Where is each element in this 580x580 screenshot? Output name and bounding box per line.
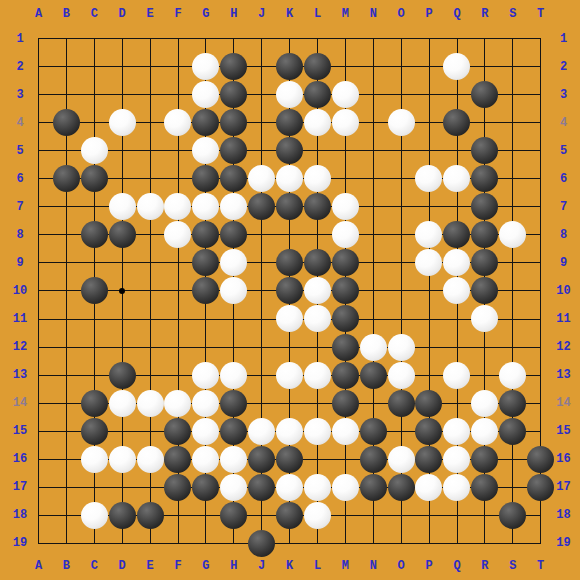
intersection[interactable] — [331, 417, 359, 445]
intersection[interactable] — [471, 81, 499, 109]
intersection[interactable] — [331, 53, 359, 81]
intersection[interactable] — [25, 81, 53, 109]
intersection[interactable] — [192, 305, 220, 333]
intersection[interactable] — [303, 249, 331, 277]
intersection[interactable] — [387, 24, 415, 52]
intersection[interactable] — [220, 53, 248, 81]
intersection[interactable] — [443, 221, 471, 249]
intersection[interactable] — [415, 529, 443, 557]
intersection[interactable] — [443, 53, 471, 81]
intersection[interactable] — [527, 221, 555, 249]
intersection[interactable] — [303, 109, 331, 137]
intersection[interactable] — [527, 473, 555, 501]
intersection[interactable] — [136, 529, 164, 557]
intersection[interactable] — [220, 529, 248, 557]
intersection[interactable] — [387, 417, 415, 445]
intersection[interactable] — [276, 24, 304, 52]
intersection[interactable] — [80, 501, 108, 529]
intersection[interactable] — [471, 165, 499, 193]
intersection[interactable] — [387, 389, 415, 417]
intersection[interactable] — [25, 417, 53, 445]
intersection[interactable] — [499, 389, 527, 417]
intersection[interactable] — [248, 221, 276, 249]
intersection[interactable] — [387, 445, 415, 473]
intersection[interactable] — [359, 24, 387, 52]
intersection[interactable] — [471, 305, 499, 333]
intersection[interactable] — [276, 249, 304, 277]
intersection[interactable] — [192, 249, 220, 277]
intersection[interactable] — [164, 361, 192, 389]
intersection[interactable] — [276, 389, 304, 417]
intersection[interactable] — [220, 305, 248, 333]
intersection[interactable] — [527, 361, 555, 389]
intersection[interactable] — [443, 81, 471, 109]
intersection[interactable] — [192, 277, 220, 305]
intersection[interactable] — [52, 249, 80, 277]
intersection[interactable] — [443, 193, 471, 221]
intersection[interactable] — [108, 445, 136, 473]
intersection[interactable] — [136, 305, 164, 333]
intersection[interactable] — [164, 81, 192, 109]
intersection[interactable] — [108, 305, 136, 333]
intersection[interactable] — [471, 333, 499, 361]
intersection[interactable] — [136, 53, 164, 81]
intersection[interactable] — [248, 193, 276, 221]
intersection[interactable] — [443, 473, 471, 501]
intersection[interactable] — [276, 53, 304, 81]
intersection[interactable] — [80, 361, 108, 389]
intersection[interactable] — [192, 473, 220, 501]
intersection[interactable] — [25, 221, 53, 249]
intersection[interactable] — [248, 473, 276, 501]
intersection[interactable] — [25, 361, 53, 389]
intersection[interactable] — [164, 529, 192, 557]
intersection[interactable] — [359, 473, 387, 501]
intersection[interactable] — [527, 445, 555, 473]
intersection[interactable] — [192, 445, 220, 473]
intersection[interactable] — [331, 137, 359, 165]
intersection[interactable] — [25, 193, 53, 221]
intersection[interactable] — [276, 445, 304, 473]
intersection[interactable] — [415, 445, 443, 473]
intersection[interactable] — [192, 361, 220, 389]
intersection[interactable] — [276, 221, 304, 249]
intersection[interactable] — [331, 81, 359, 109]
intersection[interactable] — [415, 165, 443, 193]
intersection[interactable] — [303, 529, 331, 557]
intersection[interactable] — [415, 361, 443, 389]
intersection[interactable] — [52, 529, 80, 557]
intersection[interactable] — [331, 24, 359, 52]
intersection[interactable] — [499, 81, 527, 109]
intersection[interactable] — [387, 249, 415, 277]
intersection[interactable] — [108, 277, 136, 305]
intersection[interactable] — [220, 193, 248, 221]
intersection[interactable] — [331, 333, 359, 361]
intersection[interactable] — [52, 277, 80, 305]
intersection[interactable] — [359, 361, 387, 389]
intersection[interactable] — [415, 137, 443, 165]
intersection[interactable] — [248, 109, 276, 137]
intersection[interactable] — [80, 305, 108, 333]
intersection[interactable] — [108, 165, 136, 193]
intersection[interactable] — [387, 109, 415, 137]
intersection[interactable] — [80, 445, 108, 473]
intersection[interactable] — [499, 305, 527, 333]
intersection[interactable] — [248, 389, 276, 417]
intersection[interactable] — [108, 137, 136, 165]
intersection[interactable] — [443, 109, 471, 137]
intersection[interactable] — [248, 529, 276, 557]
intersection[interactable] — [276, 529, 304, 557]
intersection[interactable] — [359, 389, 387, 417]
intersection[interactable] — [52, 53, 80, 81]
intersection[interactable] — [108, 53, 136, 81]
intersection[interactable] — [52, 165, 80, 193]
intersection[interactable] — [303, 333, 331, 361]
intersection[interactable] — [527, 109, 555, 137]
intersection[interactable] — [443, 249, 471, 277]
intersection[interactable] — [387, 53, 415, 81]
intersection[interactable] — [471, 24, 499, 52]
intersection[interactable] — [164, 445, 192, 473]
intersection[interactable] — [471, 529, 499, 557]
intersection[interactable] — [52, 417, 80, 445]
intersection[interactable] — [387, 81, 415, 109]
intersection[interactable] — [192, 53, 220, 81]
intersection[interactable] — [80, 137, 108, 165]
intersection[interactable] — [136, 473, 164, 501]
intersection[interactable] — [80, 389, 108, 417]
intersection[interactable] — [443, 361, 471, 389]
intersection[interactable] — [415, 417, 443, 445]
intersection[interactable] — [192, 24, 220, 52]
intersection[interactable] — [303, 361, 331, 389]
intersection[interactable] — [303, 417, 331, 445]
intersection[interactable] — [248, 361, 276, 389]
intersection[interactable] — [108, 81, 136, 109]
intersection[interactable] — [303, 81, 331, 109]
intersection[interactable] — [499, 193, 527, 221]
intersection[interactable] — [276, 137, 304, 165]
intersection[interactable] — [25, 249, 53, 277]
intersection[interactable] — [136, 333, 164, 361]
intersection[interactable] — [80, 193, 108, 221]
intersection[interactable] — [443, 137, 471, 165]
intersection[interactable] — [164, 137, 192, 165]
intersection[interactable] — [471, 501, 499, 529]
intersection[interactable] — [387, 473, 415, 501]
intersection[interactable] — [387, 165, 415, 193]
intersection[interactable] — [164, 165, 192, 193]
intersection[interactable] — [136, 249, 164, 277]
intersection[interactable] — [248, 137, 276, 165]
intersection[interactable] — [108, 333, 136, 361]
intersection[interactable] — [415, 81, 443, 109]
intersection[interactable] — [471, 361, 499, 389]
intersection[interactable] — [220, 445, 248, 473]
intersection[interactable] — [248, 333, 276, 361]
intersection[interactable] — [443, 305, 471, 333]
intersection[interactable] — [220, 24, 248, 52]
intersection[interactable] — [276, 277, 304, 305]
intersection[interactable] — [303, 305, 331, 333]
intersection[interactable] — [527, 417, 555, 445]
intersection[interactable] — [220, 109, 248, 137]
intersection[interactable] — [331, 389, 359, 417]
intersection[interactable] — [108, 501, 136, 529]
intersection[interactable] — [499, 417, 527, 445]
intersection[interactable] — [303, 473, 331, 501]
intersection[interactable] — [471, 221, 499, 249]
intersection[interactable] — [25, 137, 53, 165]
intersection[interactable] — [527, 305, 555, 333]
intersection[interactable] — [527, 24, 555, 52]
intersection[interactable] — [80, 53, 108, 81]
intersection[interactable] — [220, 81, 248, 109]
intersection[interactable] — [136, 24, 164, 52]
intersection[interactable] — [248, 445, 276, 473]
intersection[interactable] — [220, 417, 248, 445]
intersection[interactable] — [136, 193, 164, 221]
intersection[interactable] — [25, 333, 53, 361]
intersection[interactable] — [248, 249, 276, 277]
intersection[interactable] — [331, 501, 359, 529]
intersection[interactable] — [192, 137, 220, 165]
intersection[interactable] — [303, 445, 331, 473]
intersection[interactable] — [415, 473, 443, 501]
intersection[interactable] — [359, 501, 387, 529]
intersection[interactable] — [331, 193, 359, 221]
intersection[interactable] — [80, 277, 108, 305]
intersection[interactable] — [25, 529, 53, 557]
intersection[interactable] — [192, 501, 220, 529]
intersection[interactable] — [303, 24, 331, 52]
intersection[interactable] — [303, 277, 331, 305]
intersection[interactable] — [359, 529, 387, 557]
intersection[interactable] — [276, 417, 304, 445]
intersection[interactable] — [331, 445, 359, 473]
intersection[interactable] — [80, 249, 108, 277]
intersection[interactable] — [80, 417, 108, 445]
intersection[interactable] — [248, 277, 276, 305]
intersection[interactable] — [80, 165, 108, 193]
intersection[interactable] — [52, 81, 80, 109]
intersection[interactable] — [136, 109, 164, 137]
intersection[interactable] — [164, 473, 192, 501]
intersection[interactable] — [136, 81, 164, 109]
intersection[interactable] — [499, 333, 527, 361]
intersection[interactable] — [443, 24, 471, 52]
intersection[interactable] — [499, 137, 527, 165]
intersection[interactable] — [136, 361, 164, 389]
intersection[interactable] — [443, 445, 471, 473]
intersection[interactable] — [80, 333, 108, 361]
intersection[interactable] — [25, 109, 53, 137]
intersection[interactable] — [164, 389, 192, 417]
intersection[interactable] — [164, 24, 192, 52]
intersection[interactable] — [220, 137, 248, 165]
intersection[interactable] — [248, 417, 276, 445]
intersection[interactable] — [359, 109, 387, 137]
intersection[interactable] — [331, 221, 359, 249]
intersection[interactable] — [331, 249, 359, 277]
intersection[interactable] — [136, 417, 164, 445]
intersection[interactable] — [80, 24, 108, 52]
intersection[interactable] — [25, 24, 53, 52]
intersection[interactable] — [220, 165, 248, 193]
intersection[interactable] — [52, 137, 80, 165]
intersection[interactable] — [248, 53, 276, 81]
intersection[interactable] — [276, 109, 304, 137]
go-board[interactable]: AABBCCDDEEFFGGHHJJKKLLMMNNOOPPQQRRSSTT11… — [0, 0, 580, 580]
intersection[interactable] — [415, 193, 443, 221]
intersection[interactable] — [415, 109, 443, 137]
intersection[interactable] — [52, 361, 80, 389]
intersection[interactable] — [415, 24, 443, 52]
intersection[interactable] — [80, 109, 108, 137]
intersection[interactable] — [25, 501, 53, 529]
intersection[interactable] — [303, 193, 331, 221]
intersection[interactable] — [192, 109, 220, 137]
intersection[interactable] — [52, 109, 80, 137]
intersection[interactable] — [359, 137, 387, 165]
intersection[interactable] — [443, 165, 471, 193]
intersection[interactable] — [499, 249, 527, 277]
intersection[interactable] — [443, 277, 471, 305]
intersection[interactable] — [443, 417, 471, 445]
intersection[interactable] — [276, 305, 304, 333]
intersection[interactable] — [303, 165, 331, 193]
intersection[interactable] — [25, 53, 53, 81]
intersection[interactable] — [164, 53, 192, 81]
intersection[interactable] — [80, 473, 108, 501]
intersection[interactable] — [164, 277, 192, 305]
intersection[interactable] — [527, 333, 555, 361]
intersection[interactable] — [359, 53, 387, 81]
intersection[interactable] — [471, 277, 499, 305]
intersection[interactable] — [248, 81, 276, 109]
intersection[interactable] — [248, 305, 276, 333]
intersection[interactable] — [527, 137, 555, 165]
intersection[interactable] — [471, 417, 499, 445]
intersection[interactable] — [192, 417, 220, 445]
intersection[interactable] — [303, 221, 331, 249]
intersection[interactable] — [220, 221, 248, 249]
intersection[interactable] — [136, 137, 164, 165]
intersection[interactable] — [471, 445, 499, 473]
intersection[interactable] — [164, 417, 192, 445]
intersection[interactable] — [387, 221, 415, 249]
intersection[interactable] — [25, 165, 53, 193]
intersection[interactable] — [471, 137, 499, 165]
intersection[interactable] — [52, 24, 80, 52]
intersection[interactable] — [443, 501, 471, 529]
intersection[interactable] — [136, 501, 164, 529]
intersection[interactable] — [136, 277, 164, 305]
intersection[interactable] — [331, 529, 359, 557]
intersection[interactable] — [276, 333, 304, 361]
intersection[interactable] — [527, 53, 555, 81]
intersection[interactable] — [499, 361, 527, 389]
intersection[interactable] — [108, 249, 136, 277]
intersection[interactable] — [499, 165, 527, 193]
intersection[interactable] — [499, 473, 527, 501]
intersection[interactable] — [471, 249, 499, 277]
intersection[interactable] — [108, 193, 136, 221]
intersection[interactable] — [499, 109, 527, 137]
intersection[interactable] — [443, 389, 471, 417]
intersection[interactable] — [303, 389, 331, 417]
intersection[interactable] — [331, 165, 359, 193]
intersection[interactable] — [108, 109, 136, 137]
intersection[interactable] — [136, 389, 164, 417]
intersection[interactable] — [220, 361, 248, 389]
intersection[interactable] — [303, 137, 331, 165]
intersection[interactable] — [25, 473, 53, 501]
intersection[interactable] — [220, 277, 248, 305]
intersection[interactable] — [164, 221, 192, 249]
intersection[interactable] — [331, 305, 359, 333]
intersection[interactable] — [25, 445, 53, 473]
intersection[interactable] — [108, 24, 136, 52]
intersection[interactable] — [499, 277, 527, 305]
intersection[interactable] — [108, 473, 136, 501]
intersection[interactable] — [331, 473, 359, 501]
intersection[interactable] — [471, 473, 499, 501]
intersection[interactable] — [276, 81, 304, 109]
intersection[interactable] — [80, 529, 108, 557]
intersection[interactable] — [387, 277, 415, 305]
intersection[interactable] — [164, 249, 192, 277]
intersection[interactable] — [220, 473, 248, 501]
intersection[interactable] — [80, 81, 108, 109]
intersection[interactable] — [276, 473, 304, 501]
intersection[interactable] — [443, 529, 471, 557]
intersection[interactable] — [192, 389, 220, 417]
intersection[interactable] — [220, 501, 248, 529]
intersection[interactable] — [52, 389, 80, 417]
intersection[interactable] — [499, 445, 527, 473]
intersection[interactable] — [248, 24, 276, 52]
intersection[interactable] — [276, 193, 304, 221]
intersection[interactable] — [108, 417, 136, 445]
intersection[interactable] — [108, 361, 136, 389]
intersection[interactable] — [276, 501, 304, 529]
intersection[interactable] — [471, 53, 499, 81]
intersection[interactable] — [415, 277, 443, 305]
intersection[interactable] — [276, 165, 304, 193]
intersection[interactable] — [359, 305, 387, 333]
intersection[interactable] — [499, 529, 527, 557]
intersection[interactable] — [331, 109, 359, 137]
intersection[interactable] — [136, 221, 164, 249]
intersection[interactable] — [499, 53, 527, 81]
intersection[interactable] — [52, 305, 80, 333]
intersection[interactable] — [192, 81, 220, 109]
intersection[interactable] — [276, 361, 304, 389]
intersection[interactable] — [415, 305, 443, 333]
intersection[interactable] — [527, 529, 555, 557]
intersection[interactable] — [359, 81, 387, 109]
intersection[interactable] — [359, 249, 387, 277]
intersection[interactable] — [387, 193, 415, 221]
intersection[interactable] — [471, 109, 499, 137]
intersection[interactable] — [220, 333, 248, 361]
intersection[interactable] — [164, 109, 192, 137]
intersection[interactable] — [52, 445, 80, 473]
intersection[interactable] — [359, 417, 387, 445]
